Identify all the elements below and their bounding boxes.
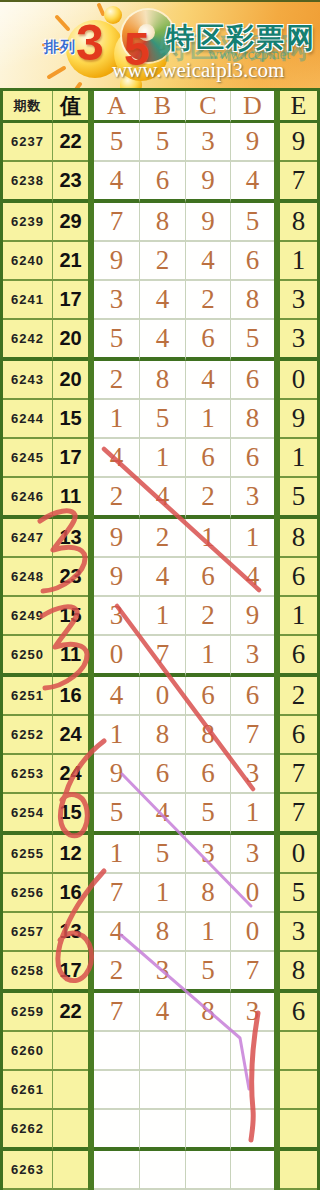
cell-value: 17: [53, 439, 88, 478]
cell-C: 6: [186, 755, 231, 794]
cell-A: 1: [94, 835, 140, 874]
cell-B: [140, 1151, 186, 1190]
cell-E: [280, 1110, 317, 1151]
table-row: 62451741661: [3, 439, 317, 478]
table-row: 62482394646: [3, 558, 317, 597]
cell-C: 5: [186, 952, 231, 993]
cell-period: 6255: [3, 835, 53, 874]
cell-E: 9: [280, 400, 317, 439]
cell-A: 4: [94, 439, 140, 478]
cell-value: 21: [53, 242, 88, 281]
cell-value: 13: [53, 519, 88, 558]
cell-A: [94, 1032, 140, 1071]
cell-A: 9: [94, 558, 140, 597]
cell-D: 5: [231, 203, 274, 242]
cell-D: 7: [231, 952, 274, 993]
cell-E: 3: [280, 320, 317, 361]
table-row: 6263: [3, 1151, 317, 1190]
cell-E: 7: [280, 755, 317, 794]
cell-D: 0: [231, 874, 274, 913]
table-row: 62461124235: [3, 478, 317, 519]
series-label: 排列: [44, 38, 76, 57]
cell-D: 4: [231, 558, 274, 597]
cell-C: 5: [186, 794, 231, 835]
cell-C: [186, 1110, 231, 1151]
cell-value: 23: [53, 162, 88, 203]
cell-value: [53, 1151, 88, 1190]
cell-period: 6239: [3, 203, 53, 242]
cell-E: 0: [280, 835, 317, 874]
cell-B: 4: [140, 558, 186, 597]
header-col-e: E: [280, 91, 317, 123]
header-col-a: A: [94, 91, 140, 123]
cell-B: 8: [140, 203, 186, 242]
cell-E: 0: [280, 361, 317, 400]
cell-C: 8: [186, 874, 231, 913]
table-row: 62471392118: [3, 519, 317, 558]
cell-period: 6249: [3, 597, 53, 636]
rows-container: 6237225539962382346947623929789586240219…: [3, 123, 317, 1190]
cell-value: 15: [53, 400, 88, 439]
cell-D: 1: [231, 519, 274, 558]
cell-A: 4: [94, 677, 140, 716]
cell-period: 6263: [3, 1151, 53, 1190]
cell-C: 8: [186, 716, 231, 755]
cell-D: [231, 1151, 274, 1190]
cell-value: 23: [53, 558, 88, 597]
cell-E: 8: [280, 519, 317, 558]
lottery-ball-icon: [104, 6, 122, 24]
cell-D: 6: [231, 677, 274, 716]
cell-B: 7: [140, 636, 186, 677]
cell-C: 1: [186, 636, 231, 677]
table-row: 62422054653: [3, 320, 317, 361]
cell-D: 6: [231, 242, 274, 281]
cell-C: [186, 1071, 231, 1110]
cell-B: 5: [140, 835, 186, 874]
site-url: www.weicaipl3.com: [112, 58, 284, 83]
table-row: 62571348103: [3, 913, 317, 952]
table-row: 62382346947: [3, 162, 317, 203]
cell-D: 9: [231, 123, 274, 162]
cell-value: [53, 1032, 88, 1071]
cell-E: 7: [280, 794, 317, 835]
cell-C: 1: [186, 400, 231, 439]
table-row: 62551215330: [3, 835, 317, 874]
cell-value: 16: [53, 874, 88, 913]
cell-A: 9: [94, 755, 140, 794]
cell-A: 9: [94, 519, 140, 558]
cell-A: 2: [94, 478, 140, 519]
table-row: 62581723578: [3, 952, 317, 993]
cell-C: 2: [186, 597, 231, 636]
cell-B: 1: [140, 439, 186, 478]
cell-value: 11: [53, 478, 88, 519]
cell-C: [186, 1151, 231, 1190]
cell-period: 6241: [3, 281, 53, 320]
cell-period: 6238: [3, 162, 53, 203]
cell-D: [231, 1032, 274, 1071]
header-col-c: C: [186, 91, 231, 123]
cell-B: [140, 1071, 186, 1110]
header-period: 期数: [3, 91, 53, 123]
cell-A: [94, 1151, 140, 1190]
banner: 排列 3 5 特区彩票网 特区彩票网 www.tccp.net www.weic…: [0, 0, 320, 88]
cell-E: 6: [280, 716, 317, 755]
table-row: 62432028460: [3, 361, 317, 400]
table-row: 62541554517: [3, 794, 317, 835]
cell-E: [280, 1032, 317, 1071]
cell-value: 12: [53, 835, 88, 874]
cell-E: 3: [280, 281, 317, 320]
cell-B: 4: [140, 281, 186, 320]
cell-B: 4: [140, 794, 186, 835]
cell-D: 8: [231, 281, 274, 320]
cell-period: 6259: [3, 993, 53, 1032]
cell-B: 6: [140, 162, 186, 203]
cell-D: 8: [231, 400, 274, 439]
trend-chart-table: 期数 值 A B C D E 6237225539962382346947623…: [0, 88, 320, 1190]
cell-D: 0: [231, 913, 274, 952]
cell-E: 2: [280, 677, 317, 716]
cell-C: 4: [186, 242, 231, 281]
cell-value: 15: [53, 597, 88, 636]
cell-D: 6: [231, 361, 274, 400]
cell-E: 8: [280, 203, 317, 242]
cell-value: [53, 1071, 88, 1110]
cell-D: [231, 1110, 274, 1151]
table-row: 62511640662: [3, 677, 317, 716]
table-row: 6261: [3, 1071, 317, 1110]
table-row: 6260: [3, 1032, 317, 1071]
cell-E: 1: [280, 439, 317, 478]
cell-E: 5: [280, 874, 317, 913]
cell-period: 6261: [3, 1071, 53, 1110]
table-row: 6262: [3, 1110, 317, 1151]
header-col-b: B: [140, 91, 186, 123]
cell-period: 6253: [3, 755, 53, 794]
cell-C: 8: [186, 993, 231, 1032]
cell-C: 2: [186, 281, 231, 320]
cell-C: 9: [186, 203, 231, 242]
cell-B: 4: [140, 993, 186, 1032]
cell-C: 6: [186, 320, 231, 361]
cell-A: 0: [94, 636, 140, 677]
cell-D: 3: [231, 478, 274, 519]
cell-period: 6248: [3, 558, 53, 597]
cell-E: 6: [280, 636, 317, 677]
cell-E: 3: [280, 913, 317, 952]
cell-C: 6: [186, 439, 231, 478]
cell-value: 17: [53, 281, 88, 320]
cell-E: 6: [280, 993, 317, 1032]
header-row: 期数 值 A B C D E: [3, 91, 317, 123]
cell-B: 2: [140, 519, 186, 558]
cell-value: 20: [53, 361, 88, 400]
cell-period: 6260: [3, 1032, 53, 1071]
cell-B: 1: [140, 597, 186, 636]
cell-B: 6: [140, 755, 186, 794]
cell-value: 15: [53, 794, 88, 835]
cell-D: 3: [231, 755, 274, 794]
cell-B: [140, 1032, 186, 1071]
cell-A: 4: [94, 162, 140, 203]
cell-period: 6262: [3, 1110, 53, 1151]
cell-A: 2: [94, 952, 140, 993]
cell-C: 2: [186, 478, 231, 519]
cell-period: 6257: [3, 913, 53, 952]
table-row: 62372255399: [3, 123, 317, 162]
cell-value: 20: [53, 320, 88, 361]
cell-value: 17: [53, 952, 88, 993]
cell-C: 1: [186, 913, 231, 952]
cell-value: 24: [53, 755, 88, 794]
cell-period: 6237: [3, 123, 53, 162]
cell-value: 13: [53, 913, 88, 952]
cell-A: 9: [94, 242, 140, 281]
cell-E: 8: [280, 952, 317, 993]
cell-period: 6245: [3, 439, 53, 478]
cell-period: 6247: [3, 519, 53, 558]
cell-B: 2: [140, 242, 186, 281]
table-row: 62532496637: [3, 755, 317, 794]
cell-C: 6: [186, 677, 231, 716]
table-row: 62411734283: [3, 281, 317, 320]
cell-D: 7: [231, 716, 274, 755]
cell-A: 1: [94, 716, 140, 755]
cell-A: 3: [94, 281, 140, 320]
cell-D: [231, 1071, 274, 1110]
cell-D: 3: [231, 636, 274, 677]
cell-D: 3: [231, 835, 274, 874]
cell-C: [186, 1032, 231, 1071]
cell-value: 22: [53, 993, 88, 1032]
cell-period: 6242: [3, 320, 53, 361]
cell-B: 8: [140, 716, 186, 755]
cell-value: [53, 1110, 88, 1151]
header-value: 值: [53, 91, 88, 123]
cell-D: 4: [231, 162, 274, 203]
table-row: 62592274836: [3, 993, 317, 1032]
cell-period: 6243: [3, 361, 53, 400]
cell-D: 9: [231, 597, 274, 636]
cell-A: 1: [94, 400, 140, 439]
cell-B: 5: [140, 123, 186, 162]
cell-B: 3: [140, 952, 186, 993]
cell-period: 6250: [3, 636, 53, 677]
cell-D: 6: [231, 439, 274, 478]
cell-period: 6244: [3, 400, 53, 439]
cell-value: 29: [53, 203, 88, 242]
cell-value: 16: [53, 677, 88, 716]
cell-B: 0: [140, 677, 186, 716]
table-row: 62392978958: [3, 203, 317, 242]
cell-A: [94, 1071, 140, 1110]
cell-D: 3: [231, 993, 274, 1032]
table-row: 62561671805: [3, 874, 317, 913]
cell-C: 3: [186, 123, 231, 162]
table-row: 62402192461: [3, 242, 317, 281]
cell-A: 7: [94, 874, 140, 913]
cell-A: 5: [94, 320, 140, 361]
cell-period: 6246: [3, 478, 53, 519]
cell-A: 4: [94, 913, 140, 952]
cell-E: 9: [280, 123, 317, 162]
cell-B: 4: [140, 320, 186, 361]
cell-period: 6252: [3, 716, 53, 755]
cell-A: 2: [94, 361, 140, 400]
cell-A: 5: [94, 794, 140, 835]
cell-B: [140, 1110, 186, 1151]
cell-period: 6256: [3, 874, 53, 913]
cell-value: 22: [53, 123, 88, 162]
cell-E: 7: [280, 162, 317, 203]
header-col-d: D: [231, 91, 274, 123]
cell-A: 7: [94, 993, 140, 1032]
cell-D: 5: [231, 320, 274, 361]
cell-E: 6: [280, 558, 317, 597]
cell-C: 3: [186, 835, 231, 874]
cell-value: 11: [53, 636, 88, 677]
cell-E: [280, 1151, 317, 1190]
cell-B: 4: [140, 478, 186, 519]
banner-digit-3: 3: [76, 14, 104, 72]
cell-period: 6258: [3, 952, 53, 993]
table-row: 62441515189: [3, 400, 317, 439]
cell-B: 1: [140, 874, 186, 913]
cell-value: 24: [53, 716, 88, 755]
cell-E: [280, 1071, 317, 1110]
table-row: 62522418876: [3, 716, 317, 755]
cell-E: 1: [280, 242, 317, 281]
cell-C: 1: [186, 519, 231, 558]
cell-period: 6240: [3, 242, 53, 281]
cell-B: 8: [140, 913, 186, 952]
cell-period: 6251: [3, 677, 53, 716]
cell-A: 7: [94, 203, 140, 242]
cell-E: 5: [280, 478, 317, 519]
cell-A: 5: [94, 123, 140, 162]
cell-D: 1: [231, 794, 274, 835]
cell-C: 4: [186, 361, 231, 400]
cell-C: 6: [186, 558, 231, 597]
cell-B: 8: [140, 361, 186, 400]
cell-B: 5: [140, 400, 186, 439]
table-row: 62491531291: [3, 597, 317, 636]
cell-period: 6254: [3, 794, 53, 835]
cell-E: 1: [280, 597, 317, 636]
table-row: 62501107136: [3, 636, 317, 677]
cell-A: 3: [94, 597, 140, 636]
cell-C: 9: [186, 162, 231, 203]
cell-A: [94, 1110, 140, 1151]
